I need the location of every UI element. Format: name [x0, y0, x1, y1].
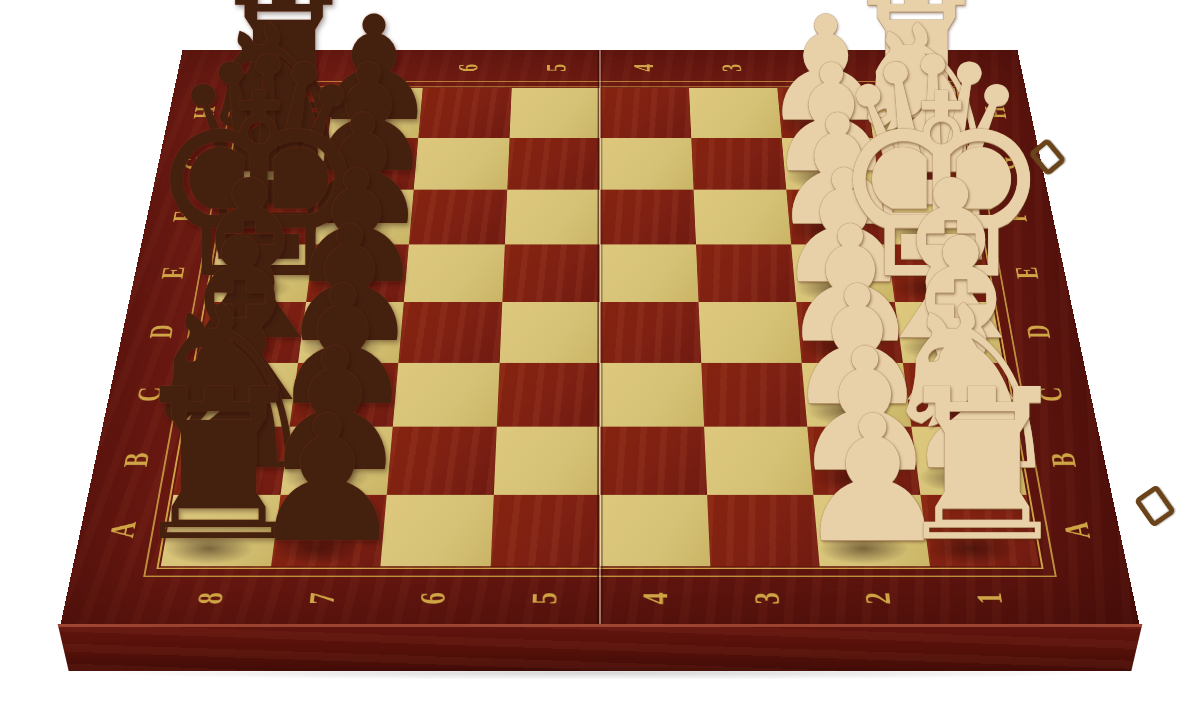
rank-label-top-7: 7: [361, 58, 401, 78]
square-e7: [306, 244, 409, 302]
square-h6: [418, 88, 511, 137]
square-b6: [387, 427, 497, 495]
square-g7: [321, 138, 419, 190]
square-a3: [707, 494, 820, 566]
square-d7: [298, 302, 404, 363]
box-front-side: [50, 624, 1150, 671]
square-g8: [227, 138, 327, 190]
rank-label-bottom-5: 5: [520, 582, 568, 614]
square-d8: [197, 302, 306, 363]
square-b7: [280, 427, 393, 495]
square-a7: [271, 494, 387, 566]
square-h8: [237, 88, 334, 137]
rank-label-top-8: 8: [272, 58, 313, 78]
fold-seam: [597, 50, 603, 627]
square-h1: [866, 88, 963, 137]
square-a4: [600, 494, 710, 566]
rank-label-bottom-8: 8: [184, 582, 236, 614]
square-g1: [873, 138, 973, 190]
square-a2: [813, 494, 929, 566]
square-e3: [696, 244, 797, 302]
square-d2: [796, 302, 902, 363]
square-h4: [600, 88, 691, 137]
square-c8: [185, 362, 297, 426]
square-e8: [208, 244, 314, 302]
rank-label-bottom-7: 7: [296, 582, 347, 614]
file-label-right-c: C: [1026, 380, 1075, 407]
square-f3: [693, 190, 791, 245]
square-c2: [802, 362, 911, 426]
file-label-right-f: F: [994, 205, 1039, 228]
file-label-right-e: E: [1004, 260, 1050, 285]
rank-label-top-2: 2: [800, 58, 840, 78]
square-h5: [509, 88, 600, 137]
square-a8: [161, 494, 280, 566]
file-label-right-d: D: [1015, 319, 1062, 345]
square-f5: [504, 190, 600, 245]
square-e1: [887, 244, 993, 302]
file-label-left-g: G: [173, 152, 217, 174]
file-label-left-a: A: [97, 515, 149, 546]
square-c6: [393, 362, 499, 426]
file-label-right-g: G: [984, 152, 1028, 174]
square-f7: [313, 190, 413, 245]
rank-label-top-1: 1: [887, 58, 928, 78]
square-a5: [490, 494, 600, 566]
square-b2: [807, 427, 920, 495]
square-g4: [600, 138, 693, 190]
rank-label-bottom-4: 4: [632, 582, 680, 614]
square-c7: [289, 362, 398, 426]
square-d3: [698, 302, 801, 363]
square-g2: [782, 138, 880, 190]
square-h2: [777, 88, 872, 137]
square-b5: [493, 427, 600, 495]
square-b3: [704, 427, 814, 495]
rank-label-bottom-3: 3: [742, 582, 792, 614]
square-f6: [409, 190, 507, 245]
square-d5: [499, 302, 600, 363]
square-f8: [218, 190, 321, 245]
rank-label-top-5: 5: [537, 58, 575, 78]
file-label-left-e: E: [150, 260, 196, 285]
square-d1: [894, 302, 1003, 363]
file-label-right-a: A: [1051, 515, 1103, 546]
square-c1: [902, 362, 1014, 426]
square-f2: [786, 190, 886, 245]
square-a1: [920, 494, 1039, 566]
rank-label-bottom-6: 6: [408, 582, 458, 614]
rank-label-top-6: 6: [449, 58, 488, 78]
file-label-left-c: C: [125, 380, 174, 407]
square-c5: [496, 362, 600, 426]
square-c4: [600, 362, 704, 426]
square-e5: [502, 244, 600, 302]
chess-set-photo: HHGGFFEEDDCCBBAA8877665544332211 ♜♟♟♜♞♟♟…: [0, 0, 1200, 702]
square-h3: [689, 88, 782, 137]
square-g6: [414, 138, 509, 190]
board-plane: HHGGFFEEDDCCBBAA8877665544332211: [60, 50, 1140, 627]
square-h7: [327, 88, 422, 137]
file-label-right-b: B: [1038, 446, 1088, 475]
file-label-left-d: D: [138, 319, 185, 345]
ground-shadow: [90, 666, 1110, 680]
square-d4: [600, 302, 701, 363]
file-label-right-h: H: [975, 102, 1017, 123]
square-b4: [600, 427, 707, 495]
square-c3: [701, 362, 807, 426]
square-e2: [791, 244, 894, 302]
square-g3: [691, 138, 786, 190]
file-label-left-h: H: [183, 102, 225, 123]
file-label-left-f: F: [162, 205, 207, 228]
rank-label-top-3: 3: [712, 58, 751, 78]
square-f1: [879, 190, 982, 245]
file-label-left-b: B: [111, 446, 161, 475]
rank-label-bottom-2: 2: [853, 582, 904, 614]
rank-label-top-4: 4: [625, 58, 663, 78]
clasp-icon: [1134, 484, 1176, 528]
square-f4: [600, 190, 696, 245]
square-e4: [600, 244, 698, 302]
square-e6: [404, 244, 505, 302]
rank-label-bottom-1: 1: [963, 582, 1015, 614]
square-b1: [911, 427, 1027, 495]
square-a6: [380, 494, 493, 566]
square-b8: [173, 427, 289, 495]
square-d6: [398, 302, 501, 363]
square-g5: [507, 138, 600, 190]
